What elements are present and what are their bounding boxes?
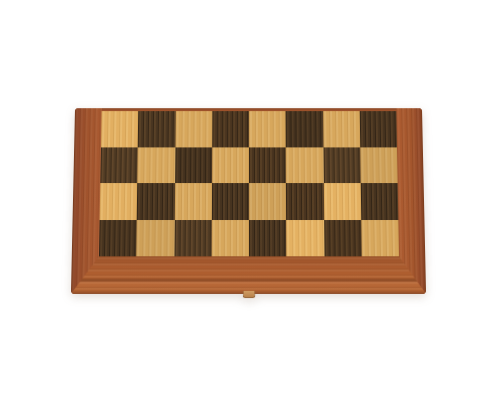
board-square-light	[136, 220, 174, 257]
board-square-dark	[100, 147, 138, 183]
board-square-dark	[361, 183, 399, 219]
board-square-dark	[286, 111, 323, 147]
board-square-dark	[324, 220, 362, 257]
board-square-light	[249, 183, 286, 219]
board-square-dark	[175, 147, 212, 183]
board-square-light	[323, 111, 360, 147]
board-square-light	[249, 111, 286, 147]
board-square-light	[323, 183, 361, 219]
board-square-dark	[99, 220, 137, 257]
board-square-dark	[174, 220, 212, 257]
board-square-light	[361, 220, 399, 257]
clasp-latch-icon	[242, 291, 255, 298]
frame-rail-bottom	[71, 256, 426, 294]
board-square-dark	[360, 111, 398, 147]
board-frame	[71, 108, 426, 294]
board-square-light	[286, 220, 324, 257]
board-square-dark	[249, 147, 286, 183]
board-square-dark	[138, 111, 175, 147]
board-square-light	[175, 111, 212, 147]
board-square-light	[360, 147, 398, 183]
board-square-light	[286, 147, 323, 183]
board-square-light	[212, 147, 249, 183]
board-square-dark	[137, 183, 175, 219]
photo-background	[0, 0, 500, 400]
board-square-dark	[212, 111, 249, 147]
folded-chessboard	[71, 108, 426, 294]
board-square-light	[137, 147, 175, 183]
board-square-dark	[249, 220, 287, 257]
board-square-light	[211, 220, 249, 257]
board-square-light	[101, 111, 139, 147]
checkerboard-grid	[99, 111, 399, 256]
board-square-dark	[286, 183, 324, 219]
board-square-dark	[323, 147, 361, 183]
board-square-dark	[212, 183, 249, 219]
board-square-light	[174, 183, 212, 219]
board-square-light	[100, 183, 138, 219]
